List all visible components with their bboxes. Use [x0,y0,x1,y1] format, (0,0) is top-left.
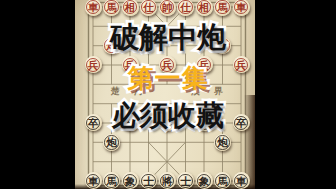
piece-glyph: 相 [199,2,210,13]
piece-red-仕[interactable]: 仕 [140,0,157,16]
overlay-episode: 第一集 [0,65,336,91]
video-frame: { "game": { "name": "xiangqi", "orientat… [0,0,336,189]
piece-red-馬[interactable]: 馬 [103,0,120,16]
piece-glyph: 炮 [106,137,117,148]
piece-red-仕[interactable]: 仕 [177,0,194,16]
piece-glyph: 象 [125,176,136,187]
piece-black-士[interactable]: 士 [177,172,194,189]
piece-red-馬[interactable]: 馬 [214,0,231,16]
piece-glyph: 馬 [106,176,117,187]
piece-glyph: 馬 [217,176,228,187]
piece-glyph: 馬 [217,2,228,13]
piece-glyph: 象 [199,176,210,187]
piece-glyph: 相 [125,2,136,13]
piece-red-車[interactable]: 車 [85,0,102,16]
overlay-subtitle: 必须收藏 [0,102,336,130]
piece-black-炮[interactable]: 炮 [103,134,120,151]
piece-glyph: 車 [88,176,99,187]
overlay-title: 破解中炮 [0,23,336,52]
piece-red-相[interactable]: 相 [196,0,213,16]
piece-black-象[interactable]: 象 [196,172,213,189]
piece-glyph: 仕 [143,2,154,13]
piece-black-車[interactable]: 車 [233,172,250,189]
piece-black-炮[interactable]: 炮 [214,134,231,151]
piece-glyph: 士 [143,176,154,187]
piece-glyph: 炮 [217,137,228,148]
piece-black-士[interactable]: 士 [140,172,157,189]
piece-glyph: 將 [162,176,173,187]
piece-red-帥[interactable]: 帥 [159,0,176,16]
piece-black-車[interactable]: 車 [85,172,102,189]
piece-red-相[interactable]: 相 [122,0,139,16]
piece-glyph: 車 [236,176,247,187]
piece-glyph: 車 [88,2,99,13]
piece-black-馬[interactable]: 馬 [214,172,231,189]
piece-black-象[interactable]: 象 [122,172,139,189]
piece-red-車[interactable]: 車 [233,0,250,16]
piece-glyph: 士 [180,176,191,187]
piece-glyph: 仕 [180,2,191,13]
piece-black-馬[interactable]: 馬 [103,172,120,189]
piece-glyph: 帥 [162,2,173,13]
piece-black-將[interactable]: 將 [159,172,176,189]
piece-glyph: 馬 [106,2,117,13]
piece-glyph: 車 [236,2,247,13]
